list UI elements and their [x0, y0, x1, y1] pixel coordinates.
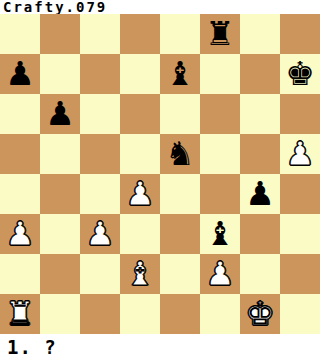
white-pawn[interactable]: ♟ — [120, 174, 160, 214]
square-a7[interactable]: ♟ — [0, 54, 40, 94]
square-b5[interactable] — [40, 134, 80, 174]
square-e6[interactable] — [160, 94, 200, 134]
square-b6[interactable]: ♟ — [40, 94, 80, 134]
square-d7[interactable] — [120, 54, 160, 94]
square-h7[interactable]: ♚ — [280, 54, 320, 94]
square-b4[interactable] — [40, 174, 80, 214]
square-f8[interactable]: ♜ — [200, 14, 240, 54]
square-d8[interactable] — [120, 14, 160, 54]
square-g8[interactable] — [240, 14, 280, 54]
black-bishop[interactable]: ♝ — [200, 214, 240, 254]
square-h1[interactable] — [280, 294, 320, 334]
square-e8[interactable] — [160, 14, 200, 54]
square-a5[interactable] — [0, 134, 40, 174]
black-rook[interactable]: ♜ — [200, 14, 240, 54]
black-king[interactable]: ♚ — [280, 54, 320, 94]
square-h6[interactable] — [280, 94, 320, 134]
square-e3[interactable] — [160, 214, 200, 254]
square-f7[interactable] — [200, 54, 240, 94]
square-g3[interactable] — [240, 214, 280, 254]
square-a1[interactable]: ♜ — [0, 294, 40, 334]
square-a6[interactable] — [0, 94, 40, 134]
square-a3[interactable]: ♟ — [0, 214, 40, 254]
square-c4[interactable] — [80, 174, 120, 214]
square-b8[interactable] — [40, 14, 80, 54]
square-d4[interactable]: ♟ — [120, 174, 160, 214]
square-c8[interactable] — [80, 14, 120, 54]
black-pawn[interactable]: ♟ — [40, 94, 80, 134]
square-d6[interactable] — [120, 94, 160, 134]
chess-board: ♜♟♝♚♟♞♟♟♟♟♟♝♝♟♜♚ — [0, 14, 320, 334]
square-f1[interactable] — [200, 294, 240, 334]
square-g2[interactable] — [240, 254, 280, 294]
square-c7[interactable] — [80, 54, 120, 94]
square-f2[interactable]: ♟ — [200, 254, 240, 294]
square-h8[interactable] — [280, 14, 320, 54]
square-b3[interactable] — [40, 214, 80, 254]
black-pawn[interactable]: ♟ — [0, 54, 40, 94]
square-h5[interactable]: ♟ — [280, 134, 320, 174]
xboard-window: Crafty.079 ♜♟♝♚♟♞♟♟♟♟♟♝♝♟♜♚ 1. ? — [0, 0, 320, 360]
square-g1[interactable]: ♚ — [240, 294, 280, 334]
square-g6[interactable] — [240, 94, 280, 134]
square-d2[interactable]: ♝ — [120, 254, 160, 294]
square-c2[interactable] — [80, 254, 120, 294]
square-b1[interactable] — [40, 294, 80, 334]
square-e2[interactable] — [160, 254, 200, 294]
square-d5[interactable] — [120, 134, 160, 174]
square-d1[interactable] — [120, 294, 160, 334]
square-h3[interactable] — [280, 214, 320, 254]
square-e1[interactable] — [160, 294, 200, 334]
square-h2[interactable] — [280, 254, 320, 294]
square-c6[interactable] — [80, 94, 120, 134]
window-title: Crafty.079 — [0, 0, 320, 14]
square-f3[interactable]: ♝ — [200, 214, 240, 254]
square-b2[interactable] — [40, 254, 80, 294]
square-a2[interactable] — [0, 254, 40, 294]
square-f5[interactable] — [200, 134, 240, 174]
white-king[interactable]: ♚ — [240, 294, 280, 334]
white-rook[interactable]: ♜ — [0, 294, 40, 334]
square-g7[interactable] — [240, 54, 280, 94]
square-c1[interactable] — [80, 294, 120, 334]
square-f6[interactable] — [200, 94, 240, 134]
square-c3[interactable]: ♟ — [80, 214, 120, 254]
white-pawn[interactable]: ♟ — [280, 134, 320, 174]
black-pawn[interactable]: ♟ — [240, 174, 280, 214]
square-h4[interactable] — [280, 174, 320, 214]
black-knight[interactable]: ♞ — [160, 134, 200, 174]
square-g5[interactable] — [240, 134, 280, 174]
square-d3[interactable] — [120, 214, 160, 254]
white-pawn[interactable]: ♟ — [80, 214, 120, 254]
white-pawn[interactable]: ♟ — [0, 214, 40, 254]
square-f4[interactable] — [200, 174, 240, 214]
square-b7[interactable] — [40, 54, 80, 94]
square-e5[interactable]: ♞ — [160, 134, 200, 174]
square-a8[interactable] — [0, 14, 40, 54]
move-prompt: 1. ? — [0, 334, 320, 360]
square-g4[interactable]: ♟ — [240, 174, 280, 214]
square-a4[interactable] — [0, 174, 40, 214]
white-bishop[interactable]: ♝ — [120, 254, 160, 294]
white-pawn[interactable]: ♟ — [200, 254, 240, 294]
square-c5[interactable] — [80, 134, 120, 174]
black-bishop[interactable]: ♝ — [160, 54, 200, 94]
square-e7[interactable]: ♝ — [160, 54, 200, 94]
square-e4[interactable] — [160, 174, 200, 214]
